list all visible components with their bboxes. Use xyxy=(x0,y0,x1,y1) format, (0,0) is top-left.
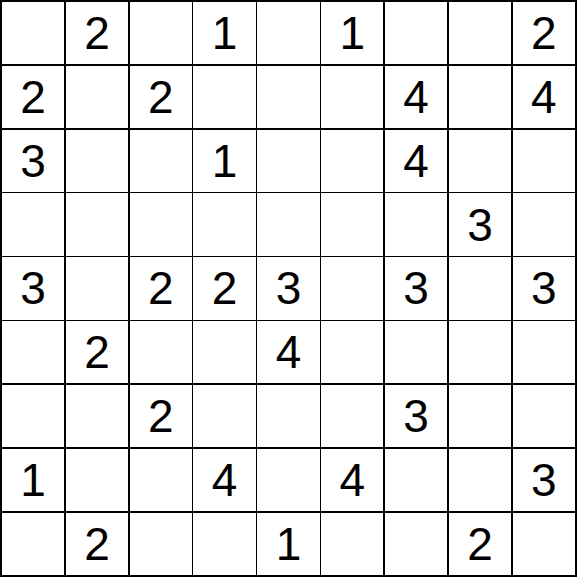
cell-r1c4[interactable]: 1 xyxy=(193,2,255,64)
cell-r1c9[interactable]: 2 xyxy=(513,2,575,64)
cell-r2c7[interactable]: 4 xyxy=(385,66,447,128)
cell-r3c2[interactable] xyxy=(66,130,128,192)
cell-r6c9[interactable] xyxy=(513,321,575,383)
cell-r7c6[interactable] xyxy=(321,385,383,447)
cell-r2c5[interactable] xyxy=(257,66,319,128)
cell-r4c2[interactable] xyxy=(66,193,128,255)
cell-r7c9[interactable] xyxy=(513,385,575,447)
cell-r7c8[interactable] xyxy=(449,385,511,447)
cell-r8c7[interactable] xyxy=(385,449,447,511)
cell-r5c6[interactable] xyxy=(321,257,383,319)
cell-r2c3[interactable]: 2 xyxy=(130,66,192,128)
puzzle-board: 21122244314332233324231443212 xyxy=(0,0,577,577)
cell-r8c3[interactable] xyxy=(130,449,192,511)
cell-r6c8[interactable] xyxy=(449,321,511,383)
cell-r1c8[interactable] xyxy=(449,2,511,64)
cell-r6c4[interactable] xyxy=(193,321,255,383)
cell-r2c6[interactable] xyxy=(321,66,383,128)
cell-r7c2[interactable] xyxy=(66,385,128,447)
cell-r4c4[interactable] xyxy=(193,193,255,255)
cell-r9c8[interactable]: 2 xyxy=(449,513,511,575)
cell-r8c8[interactable] xyxy=(449,449,511,511)
cell-r8c1[interactable]: 1 xyxy=(2,449,64,511)
cell-r8c2[interactable] xyxy=(66,449,128,511)
cell-r9c1[interactable] xyxy=(2,513,64,575)
cell-r6c3[interactable] xyxy=(130,321,192,383)
cell-r9c7[interactable] xyxy=(385,513,447,575)
cell-r6c5[interactable]: 4 xyxy=(257,321,319,383)
cell-r3c6[interactable] xyxy=(321,130,383,192)
cell-r7c5[interactable] xyxy=(257,385,319,447)
cell-r8c9[interactable]: 3 xyxy=(513,449,575,511)
cell-r2c1[interactable]: 2 xyxy=(2,66,64,128)
cell-r5c9[interactable]: 3 xyxy=(513,257,575,319)
cell-r4c9[interactable] xyxy=(513,193,575,255)
cell-r3c8[interactable] xyxy=(449,130,511,192)
cell-r7c7[interactable]: 3 xyxy=(385,385,447,447)
cell-r8c4[interactable]: 4 xyxy=(193,449,255,511)
cell-r5c3[interactable]: 2 xyxy=(130,257,192,319)
cell-r2c4[interactable] xyxy=(193,66,255,128)
cell-r1c2[interactable]: 2 xyxy=(66,2,128,64)
cell-r5c4[interactable]: 2 xyxy=(193,257,255,319)
cell-r8c6[interactable]: 4 xyxy=(321,449,383,511)
cell-r3c7[interactable]: 4 xyxy=(385,130,447,192)
cell-r2c8[interactable] xyxy=(449,66,511,128)
cell-r9c9[interactable] xyxy=(513,513,575,575)
cell-r7c1[interactable] xyxy=(2,385,64,447)
cell-r9c6[interactable] xyxy=(321,513,383,575)
cell-r9c3[interactable] xyxy=(130,513,192,575)
cell-r9c5[interactable]: 1 xyxy=(257,513,319,575)
cell-r6c6[interactable] xyxy=(321,321,383,383)
cell-r7c3[interactable]: 2 xyxy=(130,385,192,447)
cell-r6c2[interactable]: 2 xyxy=(66,321,128,383)
cell-r8c5[interactable] xyxy=(257,449,319,511)
cell-r2c9[interactable]: 4 xyxy=(513,66,575,128)
cell-r3c1[interactable]: 3 xyxy=(2,130,64,192)
cell-r4c1[interactable] xyxy=(2,193,64,255)
cell-r5c7[interactable]: 3 xyxy=(385,257,447,319)
cell-r3c3[interactable] xyxy=(130,130,192,192)
cell-r6c1[interactable] xyxy=(2,321,64,383)
cell-r4c8[interactable]: 3 xyxy=(449,193,511,255)
cell-r1c6[interactable]: 1 xyxy=(321,2,383,64)
cell-r4c6[interactable] xyxy=(321,193,383,255)
cell-r4c5[interactable] xyxy=(257,193,319,255)
cell-r4c3[interactable] xyxy=(130,193,192,255)
cell-r1c5[interactable] xyxy=(257,2,319,64)
cell-r3c9[interactable] xyxy=(513,130,575,192)
cell-r4c7[interactable] xyxy=(385,193,447,255)
cell-r5c2[interactable] xyxy=(66,257,128,319)
cell-r6c7[interactable] xyxy=(385,321,447,383)
cell-r3c4[interactable]: 1 xyxy=(193,130,255,192)
cell-r3c5[interactable] xyxy=(257,130,319,192)
cell-r1c3[interactable] xyxy=(130,2,192,64)
cell-r2c2[interactable] xyxy=(66,66,128,128)
cell-r5c8[interactable] xyxy=(449,257,511,319)
cell-r9c2[interactable]: 2 xyxy=(66,513,128,575)
cell-r1c7[interactable] xyxy=(385,2,447,64)
cell-r7c4[interactable] xyxy=(193,385,255,447)
cell-r5c1[interactable]: 3 xyxy=(2,257,64,319)
cell-r5c5[interactable]: 3 xyxy=(257,257,319,319)
cell-r9c4[interactable] xyxy=(193,513,255,575)
cell-r1c1[interactable] xyxy=(2,2,64,64)
